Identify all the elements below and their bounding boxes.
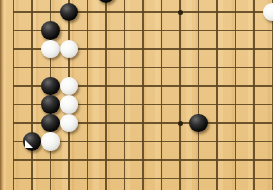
grid-line-horizontal (13, 67, 273, 69)
grid-line-horizontal (13, 178, 273, 180)
black-stone (41, 21, 59, 39)
go-board[interactable] (0, 0, 273, 190)
grid-line-horizontal (13, 159, 273, 161)
white-stone (60, 77, 78, 95)
grid-line-vertical (13, 0, 15, 190)
grid-line-vertical (142, 0, 144, 190)
grid-line-vertical (124, 0, 126, 190)
white-stone (60, 114, 78, 132)
black-stone (41, 95, 59, 113)
grid-line-vertical (87, 0, 89, 190)
white-stone (60, 40, 78, 58)
grid-line-vertical (105, 0, 107, 190)
black-stone (41, 77, 59, 95)
grid-line-vertical (272, 0, 273, 190)
star-point (178, 10, 183, 15)
star-point (178, 121, 183, 126)
white-stone (41, 40, 59, 58)
board-left-edge (0, 0, 4, 190)
grid-line-horizontal (13, 11, 273, 13)
grid-line-vertical (235, 0, 237, 190)
black-stone (41, 114, 59, 132)
black-stone (23, 132, 41, 150)
grid-line-vertical (31, 0, 33, 190)
white-stone (41, 132, 59, 150)
black-stone (189, 114, 207, 132)
last-move-triangle-marker (25, 140, 33, 148)
grid-line-vertical (198, 0, 200, 190)
white-stone (60, 95, 78, 113)
black-stone (97, 0, 115, 3)
white-stone (263, 3, 273, 21)
grid-line-vertical (216, 0, 218, 190)
grid-line-vertical (161, 0, 163, 190)
black-stone (60, 3, 78, 21)
grid-line-vertical (179, 0, 181, 190)
grid-line-vertical (253, 0, 255, 190)
